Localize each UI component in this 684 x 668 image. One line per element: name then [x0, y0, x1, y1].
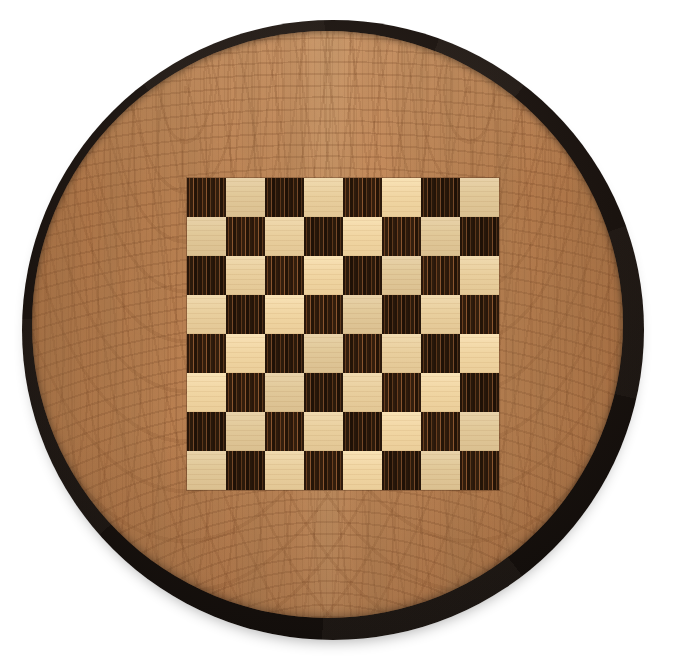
board-square[interactable] [265, 178, 304, 217]
board-square[interactable] [382, 295, 421, 334]
board-square[interactable] [304, 256, 343, 295]
board-square[interactable] [187, 256, 226, 295]
board-square[interactable] [265, 295, 304, 334]
board-square[interactable] [421, 412, 460, 451]
board-square[interactable] [343, 373, 382, 412]
round-chess-table [0, 0, 684, 668]
board-square[interactable] [382, 256, 421, 295]
board-square[interactable] [460, 295, 499, 334]
board-square[interactable] [460, 178, 499, 217]
board-square[interactable] [304, 295, 343, 334]
board-square[interactable] [226, 256, 265, 295]
board-square[interactable] [343, 451, 382, 490]
board-square[interactable] [460, 373, 499, 412]
board-square[interactable] [304, 451, 343, 490]
board-square[interactable] [265, 256, 304, 295]
board-square[interactable] [343, 412, 382, 451]
board-square[interactable] [187, 412, 226, 451]
board-square[interactable] [382, 178, 421, 217]
board-square[interactable] [460, 217, 499, 256]
board-square[interactable] [421, 451, 460, 490]
board-square[interactable] [187, 373, 226, 412]
board-square[interactable] [304, 412, 343, 451]
board-square[interactable] [343, 217, 382, 256]
board-square[interactable] [304, 334, 343, 373]
board-square[interactable] [187, 178, 226, 217]
board-square[interactable] [421, 373, 460, 412]
board-square[interactable] [460, 451, 499, 490]
board-square[interactable] [265, 412, 304, 451]
board-square[interactable] [382, 451, 421, 490]
board-square[interactable] [304, 178, 343, 217]
board-square[interactable] [343, 334, 382, 373]
board-square[interactable] [226, 217, 265, 256]
board-square[interactable] [460, 334, 499, 373]
table-rim [22, 20, 644, 640]
board-square[interactable] [187, 334, 226, 373]
board-square[interactable] [187, 217, 226, 256]
board-square[interactable] [460, 256, 499, 295]
board-square[interactable] [382, 334, 421, 373]
board-square[interactable] [421, 217, 460, 256]
board-square[interactable] [304, 373, 343, 412]
tabletop-wood [32, 31, 623, 618]
board-square[interactable] [265, 451, 304, 490]
board-square[interactable] [265, 373, 304, 412]
board-square[interactable] [421, 256, 460, 295]
board-square[interactable] [187, 295, 226, 334]
board-square[interactable] [187, 451, 226, 490]
board-square[interactable] [226, 178, 265, 217]
board-square[interactable] [343, 178, 382, 217]
board-square[interactable] [421, 178, 460, 217]
board-square[interactable] [421, 334, 460, 373]
board-square[interactable] [421, 295, 460, 334]
board-square[interactable] [460, 412, 499, 451]
chessboard [187, 178, 499, 490]
board-square[interactable] [265, 334, 304, 373]
board-square[interactable] [226, 295, 265, 334]
board-square[interactable] [343, 256, 382, 295]
board-square[interactable] [265, 217, 304, 256]
board-square[interactable] [304, 217, 343, 256]
board-square[interactable] [343, 295, 382, 334]
board-square[interactable] [382, 373, 421, 412]
board-square[interactable] [226, 373, 265, 412]
board-square[interactable] [226, 451, 265, 490]
board-square[interactable] [226, 334, 265, 373]
board-square[interactable] [382, 412, 421, 451]
board-square[interactable] [226, 412, 265, 451]
board-square[interactable] [382, 217, 421, 256]
